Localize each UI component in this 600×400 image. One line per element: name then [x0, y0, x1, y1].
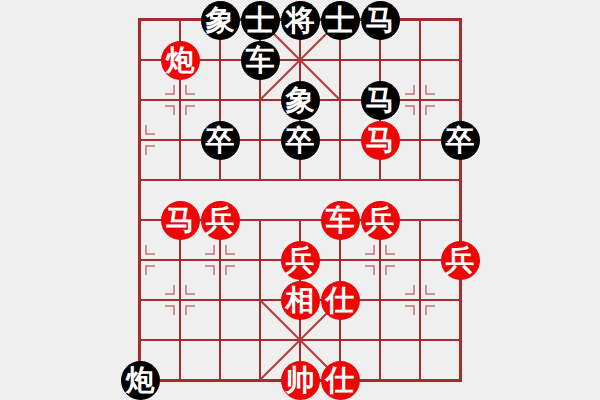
point-marker	[185, 305, 195, 315]
point-marker	[225, 245, 235, 255]
grid-line	[379, 219, 381, 381]
point-marker	[165, 105, 175, 115]
point-marker	[205, 245, 215, 255]
piece-red-cannon[interactable]: 炮	[161, 41, 200, 80]
point-marker	[185, 85, 195, 95]
piece-black-advisor[interactable]: 士	[321, 1, 360, 40]
grid-line	[419, 219, 421, 381]
piece-black-horse[interactable]: 马	[361, 1, 400, 40]
point-marker	[145, 145, 155, 155]
point-marker	[145, 245, 155, 255]
point-marker	[425, 85, 435, 95]
point-marker	[165, 85, 175, 95]
point-marker	[425, 105, 435, 115]
piece-red-advisor[interactable]: 仕	[321, 281, 360, 320]
point-marker	[365, 265, 375, 275]
point-marker	[405, 105, 415, 115]
grid-line	[419, 19, 421, 181]
point-marker	[165, 285, 175, 295]
piece-red-elephant[interactable]: 相	[281, 281, 320, 320]
grid-line	[179, 219, 181, 381]
point-marker	[425, 305, 435, 315]
piece-black-horse[interactable]: 马	[361, 81, 400, 120]
point-marker	[225, 265, 235, 275]
point-marker	[385, 265, 395, 275]
piece-black-king[interactable]: 将	[281, 1, 320, 40]
piece-red-soldier[interactable]: 兵	[441, 241, 480, 280]
piece-red-king[interactable]: 帅	[281, 361, 320, 400]
piece-black-soldier[interactable]: 卒	[201, 121, 240, 160]
point-marker	[405, 305, 415, 315]
point-marker	[405, 285, 415, 295]
piece-black-cannon[interactable]: 炮	[121, 361, 160, 400]
point-marker	[205, 265, 215, 275]
point-marker	[145, 265, 155, 275]
point-marker	[425, 285, 435, 295]
point-marker	[145, 125, 155, 135]
piece-red-soldier[interactable]: 兵	[361, 201, 400, 240]
piece-red-chariot[interactable]: 车	[321, 201, 360, 240]
piece-black-soldier[interactable]: 卒	[281, 121, 320, 160]
piece-black-elephant[interactable]: 象	[281, 81, 320, 120]
piece-red-advisor[interactable]: 仕	[321, 361, 360, 400]
point-marker	[405, 85, 415, 95]
point-marker	[185, 285, 195, 295]
piece-red-horse[interactable]: 马	[361, 121, 400, 160]
point-marker	[365, 245, 375, 255]
piece-black-elephant[interactable]: 象	[201, 1, 240, 40]
grid-line	[219, 219, 221, 381]
piece-black-advisor[interactable]: 士	[241, 1, 280, 40]
point-marker	[165, 305, 175, 315]
piece-red-horse[interactable]: 马	[161, 201, 200, 240]
piece-red-soldier[interactable]: 兵	[201, 201, 240, 240]
piece-red-soldier[interactable]: 兵	[281, 241, 320, 280]
piece-black-soldier[interactable]: 卒	[441, 121, 480, 160]
xiangqi-board[interactable]: 象士将士马炮车象马卒卒马卒马兵车兵兵兵相仕炮帅仕	[0, 0, 600, 400]
point-marker	[185, 105, 195, 115]
piece-black-chariot[interactable]: 车	[241, 41, 280, 80]
point-marker	[385, 245, 395, 255]
